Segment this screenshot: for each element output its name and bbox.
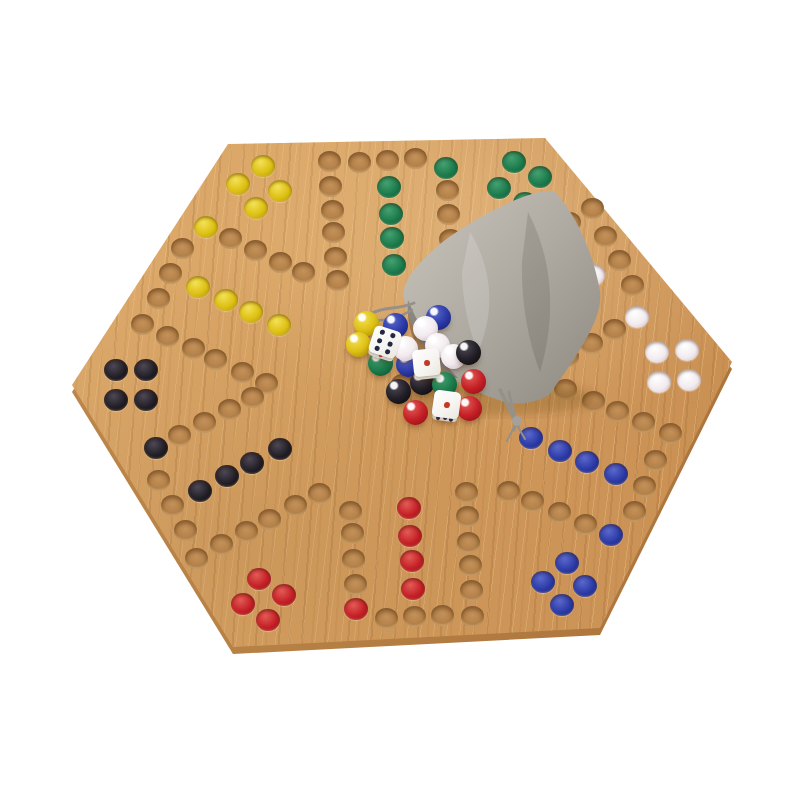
hole-red-home-2[interactable]: [398, 525, 422, 547]
hole-track-yellow-edgerow-2[interactable]: [159, 263, 182, 284]
hole-yellow-start[interactable]: [194, 216, 218, 238]
hole-track-white-edgerow-3[interactable]: [621, 275, 644, 296]
die-pip: [423, 359, 430, 366]
hole-track-green-farflank-1[interactable]: [326, 270, 349, 291]
hole-track-red-cornerflank-3[interactable]: [342, 549, 365, 570]
hole-track-black-farflank-1[interactable]: [308, 483, 331, 504]
hole-red-base-1[interactable]: [231, 593, 255, 615]
hole-track-blue-edgerow-1[interactable]: [644, 450, 667, 471]
hole-track-blue-farflank-4[interactable]: [606, 401, 629, 422]
hole-red-start[interactable]: [344, 598, 368, 620]
marble-yellow[interactable]: [346, 332, 371, 357]
hole-track-green-edgerow-2[interactable]: [376, 150, 399, 171]
die-pip: [374, 345, 380, 351]
hole-blue-base-3[interactable]: [531, 571, 555, 593]
die-3[interactable]: [431, 389, 461, 419]
hole-green-start[interactable]: [434, 157, 458, 179]
hole-track-red-cornerflank-4[interactable]: [344, 574, 367, 595]
marble-black[interactable]: [386, 379, 411, 404]
hole-track-red-cornerflank-1[interactable]: [339, 501, 362, 522]
hole-red-home-1[interactable]: [397, 497, 421, 519]
hole-yellow-home-1[interactable]: [267, 314, 291, 336]
hole-track-yellow-edgerow-1[interactable]: [147, 288, 170, 309]
hole-track-red-farflank-6[interactable]: [461, 606, 484, 627]
hole-track-green-farflank-5[interactable]: [319, 176, 342, 197]
board-photo: [0, 0, 800, 800]
hole-track-yellow-cornerflank-4[interactable]: [219, 228, 242, 249]
hole-track-blue-edgerow-2[interactable]: [633, 476, 656, 497]
hole-track-white-cornerflank-3[interactable]: [580, 333, 603, 354]
hole-track-green-farflank-6[interactable]: [318, 151, 341, 172]
hole-track-blue-cornerflank-3[interactable]: [548, 502, 571, 523]
hole-green-base-1[interactable]: [528, 166, 552, 188]
hole-yellow-base-3[interactable]: [268, 180, 292, 202]
hole-white-base-4[interactable]: [645, 341, 669, 363]
hole-track-white-farflank-5[interactable]: [558, 212, 581, 233]
hole-black-home-1[interactable]: [268, 438, 292, 460]
hole-track-green-cornerflank-4[interactable]: [436, 180, 459, 201]
die-pip: [385, 349, 391, 355]
hole-red-home-3[interactable]: [400, 550, 424, 572]
hole-green-base-3[interactable]: [513, 192, 537, 214]
hole-white-home-2[interactable]: [532, 293, 556, 315]
hole-red-base-3[interactable]: [247, 568, 271, 590]
hole-track-yellow-cornerflank-2[interactable]: [269, 252, 292, 273]
marble-red[interactable]: [461, 369, 486, 394]
hole-track-yellow-farflank-2[interactable]: [231, 362, 254, 383]
hole-yellow-home-3[interactable]: [214, 289, 238, 311]
hole-track-red-farflank-2[interactable]: [456, 506, 479, 527]
hole-blue-home-4[interactable]: [604, 463, 628, 485]
die-pip: [443, 401, 450, 408]
die-top-face: [411, 347, 441, 377]
hole-track-red-farflank-1[interactable]: [455, 482, 478, 503]
hole-yellow-base-1[interactable]: [251, 155, 275, 177]
hole-white-base-2[interactable]: [675, 339, 699, 361]
hole-green-home-1[interactable]: [382, 254, 406, 276]
hole-track-green-edgerow-1[interactable]: [348, 152, 371, 173]
hole-blue-home-3[interactable]: [575, 451, 599, 473]
hole-track-green-cornerflank-1[interactable]: [441, 251, 464, 272]
hole-track-yellow-cornerflank-3[interactable]: [244, 240, 267, 261]
die-2[interactable]: [411, 347, 441, 377]
hole-track-black-farflank-3[interactable]: [258, 509, 281, 530]
hole-track-green-farflank-4[interactable]: [321, 200, 344, 221]
die-pip: [379, 329, 385, 335]
die-pip: [377, 337, 383, 343]
hole-blue-home-2[interactable]: [548, 440, 572, 462]
marble-black[interactable]: [456, 340, 481, 365]
hole-track-green-edgerow-3[interactable]: [404, 148, 427, 169]
hole-track-white-farflank-1[interactable]: [466, 264, 489, 285]
hole-yellow-base-4[interactable]: [244, 197, 268, 219]
hole-track-black-edgerow-2[interactable]: [161, 495, 184, 516]
hole-track-black-edgerow-1[interactable]: [174, 520, 197, 541]
hole-white-home-1[interactable]: [506, 307, 530, 329]
die-top-face: [431, 389, 461, 419]
hole-track-black-cornerflank-1[interactable]: [241, 387, 264, 408]
hole-green-base-4[interactable]: [487, 177, 511, 199]
hole-track-black-cornerflank-2[interactable]: [218, 399, 241, 420]
hole-track-red-edgerow-1[interactable]: [431, 605, 454, 626]
hole-track-blue-farflank-3[interactable]: [582, 391, 605, 412]
hole-track-yellow-edgerow-3[interactable]: [171, 238, 194, 259]
hole-track-green-farflank-3[interactable]: [322, 222, 345, 243]
hole-track-blue-farflank-1[interactable]: [529, 369, 552, 390]
hole-black-home-4[interactable]: [188, 480, 212, 502]
hole-blue-base-4[interactable]: [555, 552, 579, 574]
hole-track-black-farflank-6[interactable]: [185, 548, 208, 569]
hole-white-base-1[interactable]: [677, 369, 701, 391]
hole-green-home-3[interactable]: [379, 203, 403, 225]
hole-track-blue-farflank-6[interactable]: [659, 423, 682, 444]
hole-green-base-2[interactable]: [502, 151, 526, 173]
marble-red[interactable]: [403, 400, 428, 425]
die-pip: [387, 341, 393, 347]
hole-yellow-home-2[interactable]: [239, 301, 263, 323]
hole-black-base-3[interactable]: [134, 359, 158, 381]
hole-track-white-edgerow-1[interactable]: [594, 226, 617, 247]
hole-track-green-cornerflank-2[interactable]: [439, 229, 462, 250]
hole-track-yellow-farflank-4[interactable]: [182, 338, 205, 359]
hole-track-blue-edgerow-3[interactable]: [623, 501, 646, 522]
hole-blue-start[interactable]: [599, 524, 623, 546]
hole-yellow-home-4[interactable]: [186, 276, 210, 298]
hole-white-base-3[interactable]: [647, 371, 671, 393]
die-pip: [390, 333, 396, 339]
hole-track-white-edgerow-2[interactable]: [608, 250, 631, 271]
hole-track-red-farflank-4[interactable]: [459, 555, 482, 576]
hole-track-blue-cornerflank-4[interactable]: [574, 514, 597, 535]
